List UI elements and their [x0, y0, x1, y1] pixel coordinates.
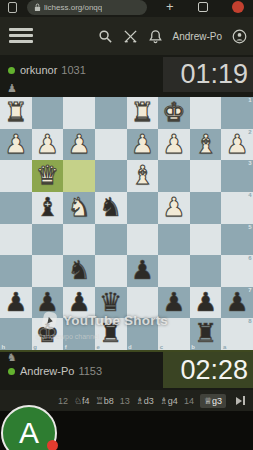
white-pawn-d2[interactable]: ♟ [127, 129, 159, 161]
square-d6[interactable]: ♟ [127, 255, 159, 287]
lichess-mobile-screen: lichess.org/onqq + Andrew-Po [0, 0, 253, 450]
square-a5[interactable]: 5 [221, 224, 253, 256]
square-a4[interactable]: 4 [221, 192, 253, 224]
player-clock: 02:28 [163, 352, 253, 388]
avatar-letter: A [19, 416, 39, 450]
square-b3[interactable] [190, 160, 222, 192]
crossed-swords-icon[interactable] [123, 29, 138, 44]
square-a6[interactable]: 6 [221, 255, 253, 287]
square-b4[interactable] [190, 192, 222, 224]
move-number: 12 [58, 396, 68, 406]
white-rook-h1[interactable]: ♜ [0, 97, 32, 129]
square-a2[interactable]: ♟2 [221, 129, 253, 161]
square-h6[interactable] [0, 255, 32, 287]
square-g4[interactable]: ♝ [32, 192, 64, 224]
white-pawn-f2[interactable]: ♟ [63, 129, 95, 161]
online-dot [8, 368, 15, 375]
black-bishop-g4[interactable]: ♝ [32, 192, 64, 224]
rank-label-6: 6 [248, 255, 251, 261]
lichess-header: Andrew-Po [0, 17, 253, 55]
rank-label-2: 2 [248, 129, 251, 135]
rank-label-8: 8 [248, 318, 251, 324]
square-e5[interactable] [95, 224, 127, 256]
square-c2[interactable]: ♟ [158, 129, 190, 161]
square-b8[interactable]: ♜b [190, 318, 222, 350]
square-h4[interactable] [0, 192, 32, 224]
square-c4[interactable]: ♟ [158, 192, 190, 224]
player-name[interactable]: Andrew-Po [20, 365, 74, 377]
square-d2[interactable]: ♟ [127, 129, 159, 161]
square-a3[interactable]: 3 [221, 160, 253, 192]
white-rook-d1[interactable]: ♜ [127, 97, 159, 129]
player-bar: ♞ Andrew-Po 1153 02:28 [0, 352, 253, 390]
square-d8[interactable]: d [127, 318, 159, 350]
captured-pieces-top: ♟ [7, 83, 17, 93]
square-f6[interactable]: ♞ [63, 255, 95, 287]
captured-pieces-bottom: ♞ [7, 352, 17, 362]
square-h7[interactable]: ♟ [0, 287, 32, 319]
square-f7[interactable]: ♟ [63, 287, 95, 319]
black-knight-f6[interactable]: ♞ [63, 255, 95, 287]
square-h3[interactable] [0, 160, 32, 192]
square-g2[interactable]: ♟ [32, 129, 64, 161]
black-pawn-g7[interactable]: ♟ [32, 287, 64, 319]
rank-label-7: 7 [248, 287, 251, 293]
square-d1[interactable]: ♜ [127, 97, 159, 129]
url-text: lichess.org/onqq [44, 3, 102, 12]
square-f2[interactable]: ♟ [63, 129, 95, 161]
square-e4[interactable]: ♞ [95, 192, 127, 224]
browser-tab-icon[interactable] [8, 2, 17, 13]
black-pawn-h7[interactable]: ♟ [0, 287, 32, 319]
browser-profile-avatar[interactable] [232, 1, 244, 13]
square-g7[interactable]: ♟ [32, 287, 64, 319]
square-f8[interactable]: f [63, 318, 95, 350]
square-d7[interactable] [127, 287, 159, 319]
black-pawn-b7[interactable]: ♟ [190, 287, 222, 319]
move-f4[interactable]: ♘f4 [74, 396, 90, 406]
square-e6[interactable] [95, 255, 127, 287]
user-circle-icon[interactable] [232, 29, 247, 44]
black-queen-e7[interactable]: ♛ [95, 287, 127, 319]
square-h5[interactable] [0, 224, 32, 256]
move-number: 14 [184, 396, 194, 406]
bell-icon[interactable] [148, 29, 163, 44]
square-a1[interactable]: 1 [221, 97, 253, 129]
white-pawn-g2[interactable]: ♟ [32, 129, 64, 161]
rank-label-4: 4 [248, 192, 251, 198]
square-b5[interactable] [190, 224, 222, 256]
square-g3[interactable]: ♛ [32, 160, 64, 192]
black-knight-e4[interactable]: ♞ [95, 192, 127, 224]
rank-label-1: 1 [248, 97, 251, 103]
white-pawn-c2[interactable]: ♟ [158, 129, 190, 161]
square-c1[interactable]: ♚ [158, 97, 190, 129]
rank-label-5: 5 [248, 224, 251, 230]
avatar-red-badge [47, 440, 58, 450]
square-h8[interactable]: h [0, 318, 32, 350]
square-f3[interactable] [63, 160, 95, 192]
square-e1[interactable] [95, 97, 127, 129]
header-username[interactable]: Andrew-Po [173, 31, 222, 42]
white-king-c1[interactable]: ♚ [158, 97, 190, 129]
square-e2[interactable] [95, 129, 127, 161]
square-b7[interactable]: ♟ [190, 287, 222, 319]
black-pawn-d6[interactable]: ♟ [127, 255, 159, 287]
white-pawn-h2[interactable]: ♟ [0, 129, 32, 161]
square-f5[interactable] [63, 224, 95, 256]
opponent-bar: orkunor 1031 ♟ 01:19 [0, 55, 253, 97]
new-tab-icon[interactable]: + [166, 0, 174, 14]
move-b8[interactable]: ♖b8 [96, 396, 114, 406]
square-c5[interactable] [158, 224, 190, 256]
square-f1[interactable] [63, 97, 95, 129]
square-b2[interactable]: ♝ [190, 129, 222, 161]
move-g3[interactable]: ♕g3 [200, 394, 226, 408]
square-b1[interactable] [190, 97, 222, 129]
url-bar[interactable]: lichess.org/onqq [27, 0, 147, 15]
square-e8[interactable]: ♜e [95, 318, 127, 350]
square-h1[interactable]: ♜ [0, 97, 32, 129]
black-pawn-c7[interactable]: ♟ [158, 287, 190, 319]
online-dot [8, 67, 15, 74]
square-g5[interactable] [32, 224, 64, 256]
move-g4[interactable]: ♗g4 [160, 396, 178, 406]
opponent-rating: 1031 [61, 64, 85, 76]
opponent-clock: 01:19 [163, 57, 253, 92]
chess-board[interactable]: ♜♜♚1♟♟♟♟♟♝♟2♛♝3♝♞♞♟45♞♟6♟♟♟♛♟♟♟7h♚gf♜edc… [0, 97, 253, 350]
square-h2[interactable]: ♟ [0, 129, 32, 161]
square-g1[interactable] [32, 97, 64, 129]
player-rating: 1153 [78, 365, 102, 377]
square-e7[interactable]: ♛ [95, 287, 127, 319]
square-f4[interactable]: ♞ [63, 192, 95, 224]
square-e3[interactable] [95, 160, 127, 192]
square-d5[interactable] [127, 224, 159, 256]
black-pawn-f7[interactable]: ♟ [63, 287, 95, 319]
lock-icon [34, 3, 41, 12]
search-icon[interactable] [98, 29, 113, 44]
square-b6[interactable] [190, 255, 222, 287]
opponent-name[interactable]: orkunor [20, 64, 57, 76]
move-number: 13 [120, 396, 130, 406]
square-d4[interactable] [127, 192, 159, 224]
menu-icon[interactable] [9, 28, 33, 46]
square-g6[interactable] [32, 255, 64, 287]
square-c3[interactable] [158, 160, 190, 192]
rank-label-3: 3 [248, 160, 251, 166]
square-a8[interactable]: 8a [221, 318, 253, 350]
white-bishop-d3[interactable]: ♝ [127, 160, 159, 192]
white-bishop-b2[interactable]: ♝ [190, 129, 222, 161]
square-a7[interactable]: ♟7 [221, 287, 253, 319]
white-knight-f4[interactable]: ♞ [63, 192, 95, 224]
white-queen-g3[interactable]: ♛ [32, 160, 64, 192]
square-g8[interactable]: ♚g [32, 318, 64, 350]
tab-switcher-icon[interactable] [198, 2, 208, 12]
move-d3[interactable]: ♗d3 [136, 396, 154, 406]
skip-to-end-icon[interactable] [236, 396, 245, 405]
white-pawn-c4[interactable]: ♟ [158, 192, 190, 224]
browser-bar: lichess.org/onqq + [0, 0, 253, 17]
square-d3[interactable]: ♝ [127, 160, 159, 192]
square-c8[interactable]: c [158, 318, 190, 350]
square-c6[interactable] [158, 255, 190, 287]
square-c7[interactable]: ♟ [158, 287, 190, 319]
